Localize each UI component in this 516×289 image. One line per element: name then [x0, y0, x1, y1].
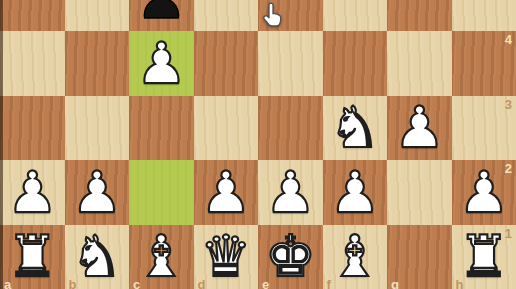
square-f1[interactable]: f♝: [323, 225, 388, 289]
white-knight[interactable]: ♞: [71, 228, 122, 285]
white-pawn[interactable]: ♟: [458, 164, 509, 221]
square-e1[interactable]: e♚: [258, 225, 323, 289]
square-f3[interactable]: ♞: [323, 96, 388, 161]
square-g3[interactable]: ♟: [387, 96, 452, 161]
square-b1[interactable]: b♞: [65, 225, 130, 289]
white-pawn[interactable]: ♟: [200, 164, 251, 221]
square-a5[interactable]: [0, 0, 65, 31]
square-a3[interactable]: [0, 96, 65, 161]
square-d5[interactable]: [194, 0, 259, 31]
square-g1[interactable]: g: [387, 225, 452, 289]
square-a4[interactable]: [0, 31, 65, 96]
square-d4[interactable]: [194, 31, 259, 96]
square-c4[interactable]: ♟: [129, 31, 194, 96]
white-pawn[interactable]: ♟: [136, 35, 187, 92]
square-a1[interactable]: a♜: [0, 225, 65, 289]
square-c5[interactable]: ♟: [129, 0, 194, 31]
square-f4[interactable]: [323, 31, 388, 96]
square-h2[interactable]: 2♟: [452, 160, 516, 225]
square-c3[interactable]: [129, 96, 194, 161]
square-d2[interactable]: ♟: [194, 160, 259, 225]
chess-board: ♟5♟4♞♟3♟♟♟♟♟2♟a♜b♞c♝d♛e♚f♝g1h♜: [0, 0, 516, 289]
square-e2[interactable]: ♟: [258, 160, 323, 225]
square-e3[interactable]: [258, 96, 323, 161]
square-h5[interactable]: 5: [452, 0, 516, 31]
square-b3[interactable]: [65, 96, 130, 161]
rank-label-4: 4: [505, 33, 512, 46]
square-e5[interactable]: [258, 0, 323, 31]
white-pawn[interactable]: ♟: [394, 99, 445, 156]
white-queen[interactable]: ♛: [200, 228, 251, 285]
square-g2[interactable]: [387, 160, 452, 225]
square-b4[interactable]: [65, 31, 130, 96]
white-pawn[interactable]: ♟: [71, 164, 122, 221]
white-bishop[interactable]: ♝: [329, 228, 380, 285]
square-f5[interactable]: [323, 0, 388, 31]
square-g4[interactable]: [387, 31, 452, 96]
square-d3[interactable]: [194, 96, 259, 161]
square-e4[interactable]: [258, 31, 323, 96]
white-pawn[interactable]: ♟: [329, 164, 380, 221]
black-pawn[interactable]: ♟: [136, 0, 187, 27]
square-h3[interactable]: 3: [452, 96, 516, 161]
square-c1[interactable]: c♝: [129, 225, 194, 289]
white-pawn[interactable]: ♟: [265, 164, 316, 221]
white-king[interactable]: ♚: [265, 228, 316, 285]
square-h1[interactable]: 1h♜: [452, 225, 516, 289]
white-bishop[interactable]: ♝: [136, 228, 187, 285]
square-g5[interactable]: [387, 0, 452, 31]
white-rook[interactable]: ♜: [7, 228, 58, 285]
square-d1[interactable]: d♛: [194, 225, 259, 289]
rank-label-3: 3: [505, 98, 512, 111]
square-b2[interactable]: ♟: [65, 160, 130, 225]
white-rook[interactable]: ♜: [458, 228, 509, 285]
file-label-g: g: [391, 278, 399, 289]
square-c2[interactable]: [129, 160, 194, 225]
square-f2[interactable]: ♟: [323, 160, 388, 225]
square-b5[interactable]: [65, 0, 130, 31]
square-h4[interactable]: 4: [452, 31, 516, 96]
chess-app-viewport: ♟5♟4♞♟3♟♟♟♟♟2♟a♜b♞c♝d♛e♚f♝g1h♜: [0, 0, 516, 289]
square-a2[interactable]: ♟: [0, 160, 65, 225]
white-knight[interactable]: ♞: [329, 99, 380, 156]
white-pawn[interactable]: ♟: [7, 164, 58, 221]
